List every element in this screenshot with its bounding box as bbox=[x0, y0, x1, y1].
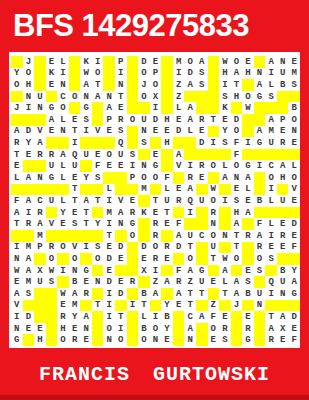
grid-cell-letter: O bbox=[127, 114, 139, 126]
grid-cell-blank bbox=[196, 218, 208, 230]
grid-cell-letter: A bbox=[184, 265, 196, 277]
grid-cell-letter: I bbox=[92, 56, 104, 68]
grid-cell-letter: E bbox=[80, 276, 92, 288]
grid-cell-blank bbox=[161, 56, 173, 68]
grid-cell-letter: T bbox=[265, 311, 277, 323]
grid-cell-letter: H bbox=[277, 172, 289, 184]
grid-cell-letter: N bbox=[288, 126, 300, 138]
grid-cell-blank bbox=[161, 265, 173, 277]
grid-cell-blank bbox=[265, 149, 277, 161]
grid-cell-letter: A bbox=[161, 276, 173, 288]
grid-cell-letter: O bbox=[138, 68, 150, 80]
grid-cell-letter: V bbox=[69, 242, 81, 254]
grid-cell-blank bbox=[254, 172, 266, 184]
grid-cell-letter: A bbox=[173, 230, 185, 242]
grid-cell-letter: H bbox=[219, 68, 231, 80]
grid-cell-blank bbox=[161, 160, 173, 172]
grid-cell-letter: N bbox=[34, 102, 46, 114]
grid-cell-letter: D bbox=[288, 311, 300, 323]
grid-cell-letter: L bbox=[57, 195, 69, 207]
grid-cell-letter: I bbox=[80, 242, 92, 254]
grid-cell-blank bbox=[80, 300, 92, 312]
grid-cell-blank bbox=[103, 172, 115, 184]
grid-cell-letter: X bbox=[277, 323, 289, 335]
grid-cell-letter: R bbox=[277, 137, 289, 149]
grid-cell-letter: R bbox=[150, 253, 162, 265]
author-name: FRANCIS GURTOWSKI bbox=[39, 363, 270, 386]
grid-cell-letter: O bbox=[265, 172, 277, 184]
grid-cell-blank bbox=[184, 137, 196, 149]
grid-cell-blank bbox=[208, 172, 220, 184]
grid-cell-letter: D bbox=[115, 288, 127, 300]
grid-cell-letter: A bbox=[254, 79, 266, 91]
grid-cell-blank bbox=[254, 207, 266, 219]
grid-cell-letter: A bbox=[80, 311, 92, 323]
grid-cell-letter: I bbox=[219, 195, 231, 207]
grid-cell-letter: M bbox=[173, 56, 185, 68]
grid-cell-letter: F bbox=[11, 195, 23, 207]
grid-cell-letter: L bbox=[103, 184, 115, 196]
grid-cell-letter: F bbox=[231, 137, 243, 149]
grid-cell-blank bbox=[92, 137, 104, 149]
grid-cell-letter: B bbox=[138, 323, 150, 335]
grid-cell-letter: A bbox=[196, 56, 208, 68]
grid-cell-letter: G bbox=[46, 102, 58, 114]
grid-cell-blank bbox=[69, 102, 81, 114]
grid-cell-blank bbox=[242, 79, 254, 91]
grid-cell-blank bbox=[242, 218, 254, 230]
grid-cell-letter: E bbox=[150, 126, 162, 138]
grid-cell-blank bbox=[196, 102, 208, 114]
grid-cell-blank bbox=[57, 253, 69, 265]
grid-cell-blank bbox=[254, 56, 266, 68]
grid-cell-letter: F bbox=[92, 160, 104, 172]
grid-cell-letter: R bbox=[173, 195, 185, 207]
grid-cell-letter: A bbox=[34, 218, 46, 230]
grid-cell-letter: Y bbox=[23, 137, 35, 149]
grid-cell-letter: G bbox=[127, 218, 139, 230]
grid-cell-letter: A bbox=[173, 149, 185, 161]
grid-cell-blank bbox=[231, 265, 243, 277]
grid-cell-blank bbox=[254, 276, 266, 288]
grid-cell-letter: E bbox=[103, 126, 115, 138]
grid-cell-letter: A bbox=[184, 79, 196, 91]
grid-cell-letter: O bbox=[103, 149, 115, 161]
grid-cell-letter: E bbox=[242, 195, 254, 207]
grid-cell-letter: W bbox=[46, 265, 58, 277]
grid-cell-letter: A bbox=[69, 288, 81, 300]
grid-cell-letter: N bbox=[184, 334, 196, 346]
grid-cell-blank bbox=[161, 230, 173, 242]
grid-cell-letter: E bbox=[115, 276, 127, 288]
grid-cell-letter: A bbox=[11, 288, 23, 300]
grid-cell-letter: N bbox=[138, 160, 150, 172]
grid-cell-letter: R bbox=[150, 230, 162, 242]
grid-cell-letter: D bbox=[138, 56, 150, 68]
grid-cell-letter: H bbox=[161, 114, 173, 126]
grid-cell-letter: G bbox=[150, 160, 162, 172]
grid-cell-letter: O bbox=[57, 102, 69, 114]
grid-cell-letter: E bbox=[208, 334, 220, 346]
grid-cell-blank bbox=[11, 114, 23, 126]
grid-cell-letter: S bbox=[69, 218, 81, 230]
grid-cell-letter: E bbox=[219, 114, 231, 126]
grid-cell-blank bbox=[150, 184, 162, 196]
grid-cell-blank bbox=[23, 230, 35, 242]
grid-cell-letter: T bbox=[115, 311, 127, 323]
grid-cell-letter: E bbox=[127, 195, 139, 207]
grid-cell-letter: E bbox=[46, 79, 58, 91]
grid-cell-blank bbox=[150, 300, 162, 312]
grid-cell-letter: O bbox=[150, 79, 162, 91]
grid-cell-letter: O bbox=[115, 334, 127, 346]
grid-cell-blank bbox=[242, 114, 254, 126]
grid-cell-letter: I bbox=[57, 68, 69, 80]
grid-cell-letter: H bbox=[242, 68, 254, 80]
grid-cell-letter: A bbox=[277, 311, 289, 323]
grid-cell-letter: E bbox=[57, 300, 69, 312]
grid-cell-letter: F bbox=[173, 218, 185, 230]
grid-cell-blank bbox=[115, 172, 127, 184]
bottom-edge-shade bbox=[0, 395, 309, 400]
grid-cell-letter: B bbox=[69, 276, 81, 288]
grid-cell-letter: R bbox=[242, 230, 254, 242]
grid-cell-letter: E bbox=[277, 218, 289, 230]
grid-cell-letter: D bbox=[150, 114, 162, 126]
grid-cell-letter: T bbox=[208, 253, 220, 265]
grid-cell-letter: R bbox=[11, 137, 23, 149]
grid-cell-letter: O bbox=[231, 160, 243, 172]
grid-cell-letter: O bbox=[127, 230, 139, 242]
grid-cell-letter: E bbox=[288, 230, 300, 242]
grid-cell-letter: I bbox=[219, 79, 231, 91]
grid-cell-letter: N bbox=[23, 91, 35, 103]
grid-cell-letter: R bbox=[208, 207, 220, 219]
grid-cell-letter: R bbox=[242, 323, 254, 335]
grid-cell-letter: E bbox=[288, 195, 300, 207]
grid-cell-blank bbox=[11, 230, 23, 242]
grid-cell-blank bbox=[103, 56, 115, 68]
grid-cell-letter: N bbox=[80, 91, 92, 103]
grid-cell-letter: P bbox=[277, 114, 289, 126]
grid-cell-letter: E bbox=[219, 311, 231, 323]
grid-cell-letter: D bbox=[173, 242, 185, 254]
grid-cell-blank bbox=[161, 149, 173, 161]
grid-cell-blank bbox=[103, 137, 115, 149]
grid-cell-letter: O bbox=[138, 334, 150, 346]
grid-cell-letter: I bbox=[23, 207, 35, 219]
grid-cell-blank bbox=[127, 68, 139, 80]
grid-cell-letter: H bbox=[57, 323, 69, 335]
grid-cell-blank bbox=[219, 218, 231, 230]
grid-cell-blank bbox=[265, 207, 277, 219]
grid-cell-letter: I bbox=[265, 68, 277, 80]
grid-cell-blank bbox=[138, 102, 150, 114]
grid-cell-blank bbox=[138, 195, 150, 207]
grid-cell-letter: E bbox=[242, 56, 254, 68]
grid-cell-blank bbox=[127, 288, 139, 300]
grid-cell-letter: L bbox=[138, 311, 150, 323]
grid-cell-blank bbox=[254, 184, 266, 196]
grid-cell-blank bbox=[127, 137, 139, 149]
grid-cell-letter: E bbox=[265, 242, 277, 254]
grid-cell-letter: O bbox=[46, 253, 58, 265]
grid-cell-letter: T bbox=[184, 288, 196, 300]
grid-cell-letter: E bbox=[150, 149, 162, 161]
grid-cell-letter: Y bbox=[161, 300, 173, 312]
grid-cell-blank bbox=[80, 230, 92, 242]
grid-cell-letter: Y bbox=[69, 311, 81, 323]
grid-cell-letter: D bbox=[103, 253, 115, 265]
grid-cell-letter: A bbox=[23, 172, 35, 184]
author-banner: FRANCIS GURTOWSKI bbox=[0, 348, 309, 400]
grid-cell-letter: E bbox=[103, 242, 115, 254]
grid-cell-letter: N bbox=[219, 230, 231, 242]
grid-cell-blank bbox=[46, 207, 58, 219]
grid-cell-letter: A bbox=[80, 195, 92, 207]
grid-cell-letter: E bbox=[103, 160, 115, 172]
grid-cell-letter: E bbox=[69, 172, 81, 184]
grid-cell-letter: O bbox=[92, 253, 104, 265]
grid-cell-letter: M bbox=[265, 126, 277, 138]
grid-cell-letter: T bbox=[92, 300, 104, 312]
grid-cell-blank bbox=[138, 218, 150, 230]
grid-cell-letter: H bbox=[34, 334, 46, 346]
grid-cell-letter: O bbox=[208, 323, 220, 335]
grid-cell-blank bbox=[127, 334, 139, 346]
grid-cell-blank bbox=[115, 300, 127, 312]
grid-cell-blank bbox=[288, 253, 300, 265]
grid-cell-blank bbox=[127, 79, 139, 91]
grid-cell-letter: O bbox=[288, 172, 300, 184]
grid-cell-letter: I bbox=[254, 160, 266, 172]
grid-cell-letter: E bbox=[288, 137, 300, 149]
grid-cell-letter: N bbox=[11, 253, 23, 265]
grid-cell-blank bbox=[127, 102, 139, 114]
grid-cell-letter: A bbox=[184, 114, 196, 126]
grid-cell-blank bbox=[208, 68, 220, 80]
grid-cell-letter: U bbox=[208, 242, 220, 254]
grid-cell-blank bbox=[11, 91, 23, 103]
grid-cell-blank bbox=[127, 56, 139, 68]
grid-cell-blank bbox=[127, 242, 139, 254]
grid-cell-letter: I bbox=[103, 288, 115, 300]
grid-cell-letter: L bbox=[57, 56, 69, 68]
grid-cell-letter: R bbox=[150, 218, 162, 230]
grid-cell-letter: A bbox=[242, 172, 254, 184]
grid-cell-letter: R bbox=[173, 276, 185, 288]
grid-cell-letter: A bbox=[23, 195, 35, 207]
grid-cell-letter: A bbox=[173, 288, 185, 300]
grid-cell-letter: N bbox=[208, 218, 220, 230]
grid-cell-letter: B bbox=[254, 195, 266, 207]
grid-cell-letter: E bbox=[115, 253, 127, 265]
grid-cell-letter: L bbox=[219, 160, 231, 172]
grid-cell-letter: O bbox=[138, 91, 150, 103]
grid-cell-letter: J bbox=[11, 102, 23, 114]
grid-cell-blank bbox=[173, 323, 185, 335]
grid-cell-blank bbox=[46, 323, 58, 335]
grid-cell-blank bbox=[208, 79, 220, 91]
grid-cell-blank bbox=[92, 184, 104, 196]
grid-cell-blank bbox=[23, 334, 35, 346]
grid-cell-letter: R bbox=[196, 114, 208, 126]
grid-cell-letter: E bbox=[173, 184, 185, 196]
grid-cell-letter: I bbox=[57, 265, 69, 277]
grid-cell-blank bbox=[34, 253, 46, 265]
title-banner: BFS 1429275833 bbox=[0, 0, 309, 52]
grid-cell-blank bbox=[173, 311, 185, 323]
grid-cell-letter: F bbox=[173, 265, 185, 277]
grid-cell-letter: E bbox=[277, 242, 289, 254]
grid-cell-letter: C bbox=[196, 230, 208, 242]
grid-cell-letter: M bbox=[34, 230, 46, 242]
grid-cell-blank bbox=[92, 265, 104, 277]
grid-cell-blank bbox=[254, 114, 266, 126]
grid-cell-letter: G bbox=[196, 265, 208, 277]
grid-cell-letter: E bbox=[150, 56, 162, 68]
grid-cell-letter: M bbox=[288, 68, 300, 80]
grid-cell-blank bbox=[288, 207, 300, 219]
grid-cell-letter: S bbox=[196, 68, 208, 80]
grid-cell-letter: A bbox=[103, 102, 115, 114]
grid-cell-letter: N bbox=[231, 172, 243, 184]
grid-cell-letter: O bbox=[150, 323, 162, 335]
grid-cell-letter: I bbox=[208, 137, 220, 149]
grid-cell-blank bbox=[92, 334, 104, 346]
grid-cell-blank bbox=[69, 56, 81, 68]
grid-cell-letter: O bbox=[242, 91, 254, 103]
grid-cell-blank bbox=[173, 172, 185, 184]
grid-cell-letter: A bbox=[80, 79, 92, 91]
grid-cell-letter: E bbox=[150, 207, 162, 219]
grid-cell-letter: A bbox=[277, 160, 289, 172]
grid-cell-letter: E bbox=[161, 253, 173, 265]
grid-cell-blank bbox=[231, 334, 243, 346]
grid-cell-letter: Q bbox=[265, 276, 277, 288]
grid-cell-letter: P bbox=[103, 114, 115, 126]
grid-cell-letter: U bbox=[277, 276, 289, 288]
grid-cell-letter: T bbox=[92, 79, 104, 91]
grid-cell-letter: S bbox=[288, 79, 300, 91]
grid-cell-letter: H bbox=[231, 91, 243, 103]
grid-cell-blank bbox=[92, 207, 104, 219]
grid-cell-letter: A bbox=[11, 207, 23, 219]
grid-cell-blank bbox=[69, 79, 81, 91]
grid-cell-blank bbox=[80, 184, 92, 196]
fill-in-puzzle-grid: JELKIPDEMOAWOEANEYOKIWOIOPIDSHAHNIUMOHEN… bbox=[11, 56, 300, 346]
grid-cell-letter: E bbox=[173, 114, 185, 126]
grid-cell-letter: I bbox=[265, 288, 277, 300]
grid-cell-letter: X bbox=[150, 91, 162, 103]
grid-cell-letter: N bbox=[92, 276, 104, 288]
grid-cell-letter: R bbox=[127, 276, 139, 288]
grid-cell-letter: M bbox=[138, 184, 150, 196]
grid-cell-letter: G bbox=[80, 265, 92, 277]
grid-cell-letter: S bbox=[92, 172, 104, 184]
grid-cell-letter: N bbox=[138, 126, 150, 138]
grid-cell-letter: S bbox=[265, 253, 277, 265]
grid-cell-blank bbox=[161, 288, 173, 300]
grid-cell-letter: O bbox=[92, 68, 104, 80]
grid-cell-blank bbox=[92, 288, 104, 300]
grid-cell-letter: U bbox=[69, 160, 81, 172]
grid-cell-letter: L bbox=[265, 79, 277, 91]
grid-cell-letter: G bbox=[11, 334, 23, 346]
grid-cell-blank bbox=[208, 126, 220, 138]
grid-cell-blank bbox=[242, 126, 254, 138]
grid-cell-letter: A bbox=[254, 126, 266, 138]
grid-cell-letter: N bbox=[115, 79, 127, 91]
grid-cell-letter: X bbox=[138, 265, 150, 277]
grid-cell-letter: S bbox=[242, 276, 254, 288]
grid-cell-blank bbox=[46, 137, 58, 149]
grid-cell-blank bbox=[46, 230, 58, 242]
grid-cell-letter: Y bbox=[11, 68, 23, 80]
grid-cell-blank bbox=[69, 68, 81, 80]
grid-cell-letter: I bbox=[103, 195, 115, 207]
grid-cell-letter: A bbox=[231, 68, 243, 80]
grid-cell-letter: A bbox=[265, 56, 277, 68]
grid-cell-blank bbox=[46, 91, 58, 103]
grid-cell-blank bbox=[161, 79, 173, 91]
grid-cell-blank bbox=[127, 253, 139, 265]
grid-cell-letter: I bbox=[127, 160, 139, 172]
grid-cell-letter: E bbox=[23, 149, 35, 161]
grid-cell-letter: K bbox=[46, 68, 58, 80]
grid-cell-blank bbox=[208, 265, 220, 277]
grid-cell-letter: W bbox=[219, 56, 231, 68]
grid-cell-letter: U bbox=[80, 149, 92, 161]
grid-cell-blank bbox=[57, 137, 69, 149]
grid-cell-letter: L bbox=[265, 218, 277, 230]
grid-cell-letter: N bbox=[11, 323, 23, 335]
grid-cell-blank bbox=[277, 91, 289, 103]
grid-cell-blank bbox=[265, 102, 277, 114]
grid-cell-blank bbox=[11, 184, 23, 196]
grid-cell-blank bbox=[127, 126, 139, 138]
grid-cell-blank bbox=[138, 230, 150, 242]
grid-cell-blank bbox=[46, 288, 58, 300]
grid-cell-letter: O bbox=[150, 172, 162, 184]
grid-cell-letter: R bbox=[69, 334, 81, 346]
book-cover: BFS 1429275833 JELKIPDEMOAWOEANEYOKIWOIO… bbox=[0, 0, 309, 400]
grid-cell-letter: A bbox=[57, 149, 69, 161]
grid-cell-letter: R bbox=[277, 230, 289, 242]
grid-cell-letter: T bbox=[231, 79, 243, 91]
grid-cell-blank bbox=[34, 79, 46, 91]
grid-cell-letter: T bbox=[80, 207, 92, 219]
grid-cell-letter: S bbox=[254, 265, 266, 277]
grid-cell-letter: T bbox=[138, 300, 150, 312]
grid-cell-letter: T bbox=[219, 288, 231, 300]
grid-cell-blank bbox=[150, 137, 162, 149]
grid-cell-letter: I bbox=[103, 218, 115, 230]
grid-cell-blank bbox=[80, 137, 92, 149]
grid-cell-letter: R bbox=[57, 311, 69, 323]
grid-cell-blank bbox=[80, 160, 92, 172]
grid-cell-blank bbox=[46, 334, 58, 346]
grid-cell-letter: G bbox=[254, 91, 266, 103]
grid-cell-letter: N bbox=[115, 218, 127, 230]
grid-cell-letter: E bbox=[69, 207, 81, 219]
grid-cell-letter: I bbox=[127, 300, 139, 312]
grid-cell-letter: T bbox=[115, 91, 127, 103]
grid-cell-letter: T bbox=[69, 184, 81, 196]
grid-cell-letter: B bbox=[277, 79, 289, 91]
grid-cell-letter: U bbox=[254, 288, 266, 300]
grid-cell-letter: X bbox=[34, 265, 46, 277]
